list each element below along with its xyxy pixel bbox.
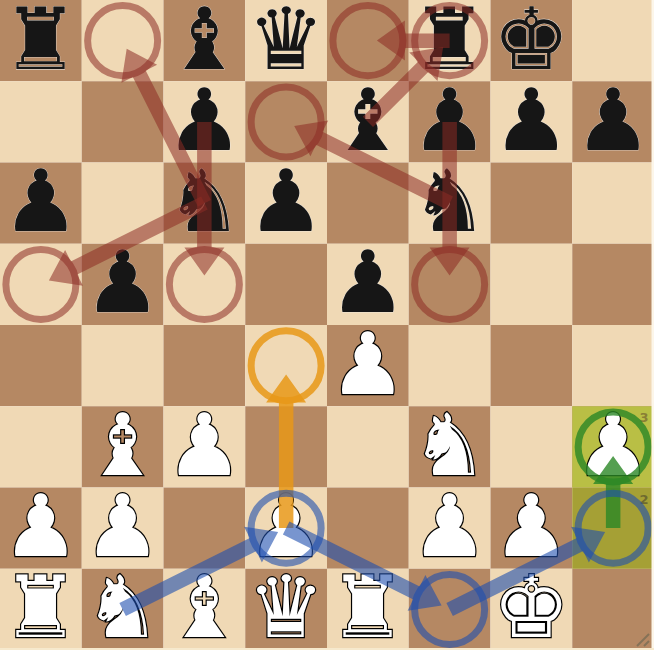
piece-black-pawn-h7[interactable]: ♟	[575, 70, 652, 170]
square-g5[interactable]	[491, 244, 573, 325]
square-b8[interactable]	[82, 0, 164, 81]
square-g6[interactable]	[491, 163, 573, 244]
chess-board-container: abcdefgh87654321♜♝♛♜♚♟♝♟♟♟♟♞♟♞♟♟♟♝♟♞♟♟♟♟…	[0, 0, 654, 650]
piece-white-pawn-f2[interactable]: ♟	[411, 476, 488, 576]
piece-white-pawn-e4[interactable]: ♟	[329, 314, 406, 414]
file-label-f: f	[413, 634, 419, 649]
rank-label-1: 1	[639, 573, 648, 588]
square-g4[interactable]	[491, 325, 573, 406]
piece-black-queen-d8[interactable]: ♛	[248, 0, 325, 89]
piece-black-pawn-a6[interactable]: ♟	[2, 151, 79, 251]
rank-label-5: 5	[639, 248, 648, 263]
rank-label-8: 8	[639, 4, 648, 19]
square-a5[interactable]	[0, 244, 82, 325]
square-a4[interactable]	[0, 325, 82, 406]
piece-white-pawn-c3[interactable]: ♟	[166, 395, 243, 495]
square-e3[interactable]	[327, 406, 409, 487]
piece-white-queen-d1[interactable]: ♛	[248, 557, 325, 650]
piece-black-rook-a8[interactable]: ♜	[2, 0, 79, 89]
square-d5[interactable]	[245, 244, 327, 325]
piece-white-rook-a1[interactable]: ♜	[2, 557, 79, 650]
piece-black-pawn-g7[interactable]: ♟	[493, 70, 570, 170]
file-label-h: h	[577, 634, 586, 649]
rank-label-4: 4	[639, 329, 648, 344]
square-f1[interactable]	[409, 569, 491, 650]
chess-board[interactable]: abcdefgh87654321♜♝♛♜♚♟♝♟♟♟♟♞♟♞♟♟♟♝♟♞♟♟♟♟…	[0, 0, 654, 650]
piece-black-pawn-d6[interactable]: ♟	[248, 151, 325, 251]
